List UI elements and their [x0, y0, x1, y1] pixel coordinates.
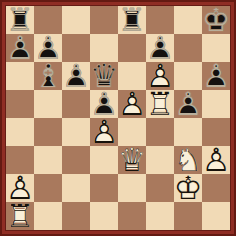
- black-queen-icon: ♛: [90, 62, 118, 90]
- white-rook-outline-icon: ♖: [6, 202, 34, 230]
- piece-white-knight: ♞♘: [174, 146, 202, 174]
- square-g2[interactable]: ♚♔: [174, 174, 202, 202]
- square-f6[interactable]: ♟♙: [146, 62, 174, 90]
- piece-white-king: ♚♔: [174, 174, 202, 202]
- square-d8[interactable]: [90, 6, 118, 34]
- black-pawn-icon: ♟: [202, 62, 230, 90]
- square-g3[interactable]: ♞♘: [174, 146, 202, 174]
- black-pawn-icon: ♟: [174, 90, 202, 118]
- piece-white-rook: ♜♖: [146, 90, 174, 118]
- square-e6[interactable]: [118, 62, 146, 90]
- square-a2[interactable]: ♟♙: [6, 174, 34, 202]
- black-bishop-outline-icon: ♗: [34, 62, 62, 90]
- square-c6[interactable]: ♟♙: [62, 62, 90, 90]
- square-h1[interactable]: [202, 202, 230, 230]
- white-king-outline-icon: ♔: [174, 174, 202, 202]
- square-f7[interactable]: ♟♙: [146, 34, 174, 62]
- white-pawn-outline-icon: ♙: [90, 118, 118, 146]
- square-e8[interactable]: ♜♖: [118, 6, 146, 34]
- black-king-icon: ♚: [202, 6, 230, 34]
- square-h4[interactable]: [202, 118, 230, 146]
- piece-white-pawn: ♟♙: [146, 62, 174, 90]
- square-h2[interactable]: [202, 174, 230, 202]
- white-rook-icon: ♜: [6, 202, 34, 230]
- square-b5[interactable]: [34, 90, 62, 118]
- white-queen-outline-icon: ♕: [118, 146, 146, 174]
- square-g7[interactable]: [174, 34, 202, 62]
- square-d3[interactable]: [90, 146, 118, 174]
- white-pawn-outline-icon: ♙: [118, 90, 146, 118]
- black-pawn-icon: ♟: [34, 34, 62, 62]
- black-pawn-icon: ♟: [6, 34, 34, 62]
- black-pawn-outline-icon: ♙: [174, 90, 202, 118]
- black-pawn-outline-icon: ♙: [146, 34, 174, 62]
- square-a8[interactable]: ♜♖: [6, 6, 34, 34]
- piece-black-king: ♚♔: [202, 6, 230, 34]
- square-d2[interactable]: [90, 174, 118, 202]
- square-e5[interactable]: ♟♙: [118, 90, 146, 118]
- piece-white-pawn: ♟♙: [202, 146, 230, 174]
- square-h3[interactable]: ♟♙: [202, 146, 230, 174]
- square-c2[interactable]: [62, 174, 90, 202]
- piece-black-rook: ♜♖: [118, 6, 146, 34]
- square-h8[interactable]: ♚♔: [202, 6, 230, 34]
- white-rook-icon: ♜: [146, 90, 174, 118]
- white-pawn-icon: ♟: [146, 62, 174, 90]
- square-h5[interactable]: [202, 90, 230, 118]
- square-a5[interactable]: [6, 90, 34, 118]
- piece-white-pawn: ♟♙: [6, 174, 34, 202]
- piece-black-pawn: ♟♙: [174, 90, 202, 118]
- white-knight-icon: ♞: [174, 146, 202, 174]
- black-rook-icon: ♜: [6, 6, 34, 34]
- square-g4[interactable]: [174, 118, 202, 146]
- square-d6[interactable]: ♛♕: [90, 62, 118, 90]
- piece-white-pawn: ♟♙: [118, 90, 146, 118]
- square-f2[interactable]: [146, 174, 174, 202]
- white-pawn-outline-icon: ♙: [146, 62, 174, 90]
- black-queen-outline-icon: ♕: [90, 62, 118, 90]
- black-pawn-outline-icon: ♙: [202, 62, 230, 90]
- square-e4[interactable]: [118, 118, 146, 146]
- piece-white-pawn: ♟♙: [90, 118, 118, 146]
- square-b6[interactable]: ♝♗: [34, 62, 62, 90]
- square-f5[interactable]: ♜♖: [146, 90, 174, 118]
- piece-black-pawn: ♟♙: [62, 62, 90, 90]
- chess-board: ♜♖♜♖♚♔♟♙♟♙♟♙♝♗♟♙♛♕♟♙♟♙♟♙♟♙♜♖♟♙♟♙♛♕♞♘♟♙♟♙…: [6, 6, 230, 230]
- white-queen-icon: ♛: [118, 146, 146, 174]
- white-pawn-icon: ♟: [202, 146, 230, 174]
- board-frame: ♜♖♜♖♚♔♟♙♟♙♟♙♝♗♟♙♛♕♟♙♟♙♟♙♟♙♜♖♟♙♟♙♛♕♞♘♟♙♟♙…: [0, 0, 236, 236]
- square-c3[interactable]: [62, 146, 90, 174]
- square-c4[interactable]: [62, 118, 90, 146]
- black-pawn-outline-icon: ♙: [6, 34, 34, 62]
- square-f4[interactable]: [146, 118, 174, 146]
- square-a6[interactable]: [6, 62, 34, 90]
- piece-black-rook: ♜♖: [6, 6, 34, 34]
- piece-black-bishop: ♝♗: [34, 62, 62, 90]
- square-f1[interactable]: [146, 202, 174, 230]
- white-pawn-icon: ♟: [90, 118, 118, 146]
- square-c7[interactable]: [62, 34, 90, 62]
- square-g8[interactable]: [174, 6, 202, 34]
- square-a4[interactable]: [6, 118, 34, 146]
- black-pawn-outline-icon: ♙: [62, 62, 90, 90]
- square-d7[interactable]: [90, 34, 118, 62]
- black-rook-outline-icon: ♖: [6, 6, 34, 34]
- square-b2[interactable]: [34, 174, 62, 202]
- white-knight-outline-icon: ♘: [174, 146, 202, 174]
- square-d1[interactable]: [90, 202, 118, 230]
- square-e2[interactable]: [118, 174, 146, 202]
- piece-black-pawn: ♟♙: [90, 90, 118, 118]
- piece-black-pawn: ♟♙: [202, 62, 230, 90]
- square-a1[interactable]: ♜♖: [6, 202, 34, 230]
- square-e7[interactable]: [118, 34, 146, 62]
- black-pawn-outline-icon: ♙: [90, 90, 118, 118]
- white-pawn-outline-icon: ♙: [202, 146, 230, 174]
- square-c8[interactable]: [62, 6, 90, 34]
- square-h7[interactable]: [202, 34, 230, 62]
- square-d4[interactable]: ♟♙: [90, 118, 118, 146]
- square-b3[interactable]: [34, 146, 62, 174]
- piece-black-pawn: ♟♙: [146, 34, 174, 62]
- black-rook-outline-icon: ♖: [118, 6, 146, 34]
- square-c1[interactable]: [62, 202, 90, 230]
- square-h6[interactable]: ♟♙: [202, 62, 230, 90]
- piece-white-queen: ♛♕: [118, 146, 146, 174]
- square-e3[interactable]: ♛♕: [118, 146, 146, 174]
- piece-black-queen: ♛♕: [90, 62, 118, 90]
- square-g5[interactable]: ♟♙: [174, 90, 202, 118]
- white-pawn-outline-icon: ♙: [6, 174, 34, 202]
- square-c5[interactable]: [62, 90, 90, 118]
- black-king-outline-icon: ♔: [202, 6, 230, 34]
- piece-black-pawn: ♟♙: [6, 34, 34, 62]
- square-g6[interactable]: [174, 62, 202, 90]
- black-pawn-icon: ♟: [62, 62, 90, 90]
- square-b8[interactable]: [34, 6, 62, 34]
- piece-white-rook: ♜♖: [6, 202, 34, 230]
- white-rook-outline-icon: ♖: [146, 90, 174, 118]
- square-b4[interactable]: [34, 118, 62, 146]
- square-a7[interactable]: ♟♙: [6, 34, 34, 62]
- square-g1[interactable]: [174, 202, 202, 230]
- white-pawn-icon: ♟: [118, 90, 146, 118]
- square-a3[interactable]: [6, 146, 34, 174]
- white-pawn-icon: ♟: [6, 174, 34, 202]
- square-f8[interactable]: [146, 6, 174, 34]
- black-bishop-icon: ♝: [34, 62, 62, 90]
- black-pawn-icon: ♟: [146, 34, 174, 62]
- black-pawn-outline-icon: ♙: [34, 34, 62, 62]
- square-b1[interactable]: [34, 202, 62, 230]
- black-pawn-icon: ♟: [90, 90, 118, 118]
- square-f3[interactable]: [146, 146, 174, 174]
- black-rook-icon: ♜: [118, 6, 146, 34]
- white-king-icon: ♚: [174, 174, 202, 202]
- piece-black-pawn: ♟♙: [34, 34, 62, 62]
- square-d5[interactable]: ♟♙: [90, 90, 118, 118]
- square-b7[interactable]: ♟♙: [34, 34, 62, 62]
- square-e1[interactable]: [118, 202, 146, 230]
